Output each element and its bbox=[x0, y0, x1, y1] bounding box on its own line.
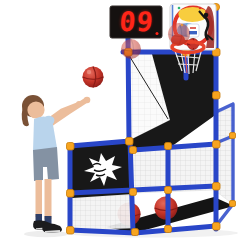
scene: 09 09 bbox=[0, 0, 240, 240]
child-near-hand bbox=[84, 97, 91, 104]
child-head bbox=[27, 101, 44, 118]
rim-bracket bbox=[190, 44, 198, 48]
score-dot bbox=[156, 32, 159, 35]
score-value: 09 bbox=[118, 6, 155, 37]
product-photo: 09 09 bbox=[0, 0, 240, 240]
front-lower-net bbox=[72, 194, 133, 230]
child-front-leg bbox=[45, 179, 52, 219]
scoreboard: 09 09 bbox=[110, 6, 162, 38]
ball-in-flight bbox=[83, 67, 104, 88]
child-shorts bbox=[33, 147, 59, 181]
arcade-structure: 09 09 bbox=[67, 3, 236, 235]
child-back-leg bbox=[36, 180, 43, 217]
